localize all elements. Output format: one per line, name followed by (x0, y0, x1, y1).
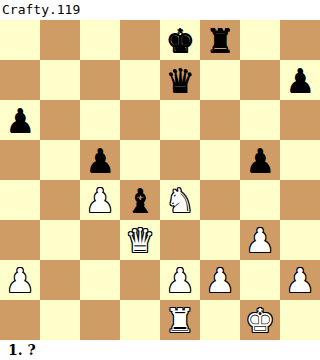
square-f4[interactable] (200, 180, 240, 220)
square-a5[interactable] (0, 140, 40, 180)
square-a7[interactable] (0, 60, 40, 100)
square-b7[interactable] (40, 60, 80, 100)
white-knight[interactable]: ♞ (165, 184, 195, 217)
square-g4[interactable] (240, 180, 280, 220)
square-b4[interactable] (40, 180, 80, 220)
move-prompt: 1. ? (0, 340, 320, 360)
crafty-window: Crafty.119 ♚♜♛♟♟♟♟♟♝♞♛♟♟♟♟♟♜♚ 1. ? (0, 0, 320, 360)
square-g2[interactable] (240, 260, 280, 300)
square-d6[interactable] (120, 100, 160, 140)
chess-board: ♚♜♛♟♟♟♟♟♝♞♛♟♟♟♟♟♜♚ (0, 20, 320, 340)
square-f7[interactable] (200, 60, 240, 100)
square-b2[interactable] (40, 260, 80, 300)
square-d8[interactable] (120, 20, 160, 60)
square-e6[interactable] (160, 100, 200, 140)
square-d1[interactable] (120, 300, 160, 340)
square-g6[interactable] (240, 100, 280, 140)
black-pawn[interactable]: ♟ (5, 104, 35, 137)
white-pawn[interactable]: ♟ (5, 264, 35, 297)
white-rook[interactable]: ♜ (165, 304, 195, 337)
square-a1[interactable] (0, 300, 40, 340)
square-f1[interactable] (200, 300, 240, 340)
square-e3[interactable] (160, 220, 200, 260)
black-king[interactable]: ♚ (165, 24, 195, 57)
square-d2[interactable] (120, 260, 160, 300)
square-c5[interactable]: ♟ (80, 140, 120, 180)
square-f8[interactable]: ♜ (200, 20, 240, 60)
square-g3[interactable]: ♟ (240, 220, 280, 260)
black-pawn[interactable]: ♟ (285, 64, 315, 97)
square-d5[interactable] (120, 140, 160, 180)
square-h6[interactable] (280, 100, 320, 140)
square-c3[interactable] (80, 220, 120, 260)
square-b1[interactable] (40, 300, 80, 340)
square-h4[interactable] (280, 180, 320, 220)
square-h7[interactable]: ♟ (280, 60, 320, 100)
white-pawn[interactable]: ♟ (85, 184, 115, 217)
square-d7[interactable] (120, 60, 160, 100)
black-bishop[interactable]: ♝ (125, 184, 155, 217)
square-b3[interactable] (40, 220, 80, 260)
square-c2[interactable] (80, 260, 120, 300)
square-h3[interactable] (280, 220, 320, 260)
square-e8[interactable]: ♚ (160, 20, 200, 60)
square-a4[interactable] (0, 180, 40, 220)
black-queen[interactable]: ♛ (165, 64, 195, 97)
square-d3[interactable]: ♛ (120, 220, 160, 260)
square-c6[interactable] (80, 100, 120, 140)
white-pawn[interactable]: ♟ (165, 264, 195, 297)
square-e1[interactable]: ♜ (160, 300, 200, 340)
square-f6[interactable] (200, 100, 240, 140)
square-c1[interactable] (80, 300, 120, 340)
square-e7[interactable]: ♛ (160, 60, 200, 100)
square-h2[interactable]: ♟ (280, 260, 320, 300)
square-g7[interactable] (240, 60, 280, 100)
square-c7[interactable] (80, 60, 120, 100)
square-c4[interactable]: ♟ (80, 180, 120, 220)
square-d4[interactable]: ♝ (120, 180, 160, 220)
square-e2[interactable]: ♟ (160, 260, 200, 300)
square-g8[interactable] (240, 20, 280, 60)
square-g5[interactable]: ♟ (240, 140, 280, 180)
black-pawn[interactable]: ♟ (245, 144, 275, 177)
square-b8[interactable] (40, 20, 80, 60)
square-h1[interactable] (280, 300, 320, 340)
square-e5[interactable] (160, 140, 200, 180)
square-h5[interactable] (280, 140, 320, 180)
square-f3[interactable] (200, 220, 240, 260)
white-queen[interactable]: ♛ (125, 224, 155, 257)
white-king[interactable]: ♚ (245, 304, 275, 337)
white-pawn[interactable]: ♟ (285, 264, 315, 297)
square-a8[interactable] (0, 20, 40, 60)
square-a3[interactable] (0, 220, 40, 260)
square-a6[interactable]: ♟ (0, 100, 40, 140)
window-title: Crafty.119 (0, 0, 320, 20)
square-c8[interactable] (80, 20, 120, 60)
white-pawn[interactable]: ♟ (205, 264, 235, 297)
square-f2[interactable]: ♟ (200, 260, 240, 300)
square-f5[interactable] (200, 140, 240, 180)
black-pawn[interactable]: ♟ (85, 144, 115, 177)
square-a2[interactable]: ♟ (0, 260, 40, 300)
square-e4[interactable]: ♞ (160, 180, 200, 220)
square-b5[interactable] (40, 140, 80, 180)
square-b6[interactable] (40, 100, 80, 140)
square-h8[interactable] (280, 20, 320, 60)
square-g1[interactable]: ♚ (240, 300, 280, 340)
white-pawn[interactable]: ♟ (245, 224, 275, 257)
black-rook[interactable]: ♜ (205, 24, 235, 57)
